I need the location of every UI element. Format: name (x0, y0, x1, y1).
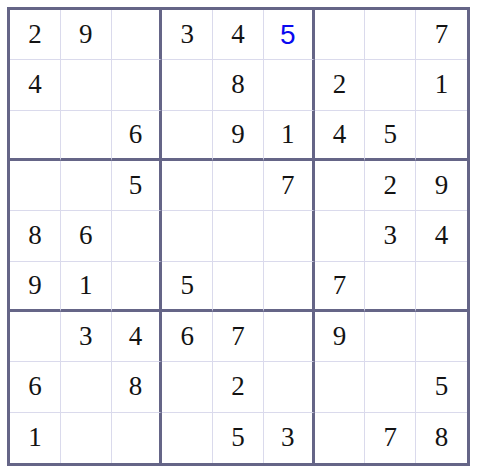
cell-r9c1[interactable]: 1 (10, 413, 61, 463)
cell-r9c3[interactable] (112, 413, 163, 463)
cell-r6c1[interactable]: 9 (10, 262, 61, 312)
cell-r5c6[interactable] (264, 211, 315, 261)
cell-r7c1[interactable] (10, 312, 61, 362)
cell-r1c2[interactable]: 9 (61, 10, 112, 60)
cell-r9c7[interactable] (315, 413, 366, 463)
cell-r4c1[interactable] (10, 161, 61, 211)
cell-r7c7[interactable]: 9 (315, 312, 366, 362)
cell-r1c7[interactable] (315, 10, 366, 60)
cell-r5c2[interactable]: 6 (61, 211, 112, 261)
cell-r2c7[interactable]: 2 (315, 60, 366, 110)
cell-r1c1[interactable]: 2 (10, 10, 61, 60)
cell-r6c6[interactable] (264, 262, 315, 312)
cell-r7c9[interactable] (416, 312, 467, 362)
cell-r2c9[interactable]: 1 (416, 60, 467, 110)
cell-r9c4[interactable] (162, 413, 213, 463)
cell-r1c6[interactable]: 5 (264, 10, 315, 60)
cell-r3c9[interactable] (416, 111, 467, 161)
cell-r3c5[interactable]: 9 (213, 111, 264, 161)
cell-r3c3[interactable]: 6 (112, 111, 163, 161)
cell-r4c3[interactable]: 5 (112, 161, 163, 211)
cell-r6c4[interactable]: 5 (162, 262, 213, 312)
cell-r7c4[interactable]: 6 (162, 312, 213, 362)
cell-r1c4[interactable]: 3 (162, 10, 213, 60)
cell-r5c7[interactable] (315, 211, 366, 261)
cell-r7c3[interactable]: 4 (112, 312, 163, 362)
cell-r3c7[interactable]: 4 (315, 111, 366, 161)
cell-r8c4[interactable] (162, 362, 213, 412)
cell-r3c2[interactable] (61, 111, 112, 161)
cell-r1c8[interactable] (365, 10, 416, 60)
cell-r1c3[interactable] (112, 10, 163, 60)
cell-r8c6[interactable] (264, 362, 315, 412)
cell-r9c2[interactable] (61, 413, 112, 463)
cell-r8c9[interactable]: 5 (416, 362, 467, 412)
cell-r3c6[interactable]: 1 (264, 111, 315, 161)
cell-r4c8[interactable]: 2 (365, 161, 416, 211)
cell-r6c5[interactable] (213, 262, 264, 312)
cell-r5c8[interactable]: 3 (365, 211, 416, 261)
cell-r3c4[interactable] (162, 111, 213, 161)
cell-r9c5[interactable]: 5 (213, 413, 264, 463)
cell-r2c2[interactable] (61, 60, 112, 110)
cell-r2c5[interactable]: 8 (213, 60, 264, 110)
cell-r5c1[interactable]: 8 (10, 211, 61, 261)
cell-r2c3[interactable] (112, 60, 163, 110)
cell-r6c9[interactable] (416, 262, 467, 312)
cell-r2c1[interactable]: 4 (10, 60, 61, 110)
cell-r3c1[interactable] (10, 111, 61, 161)
cell-r8c8[interactable] (365, 362, 416, 412)
cell-r4c9[interactable]: 9 (416, 161, 467, 211)
cell-r9c6[interactable]: 3 (264, 413, 315, 463)
cell-r4c6[interactable]: 7 (264, 161, 315, 211)
cell-r8c3[interactable]: 8 (112, 362, 163, 412)
cell-r7c2[interactable]: 3 (61, 312, 112, 362)
cell-r8c7[interactable] (315, 362, 366, 412)
cell-r5c9[interactable]: 4 (416, 211, 467, 261)
cell-r4c4[interactable] (162, 161, 213, 211)
sudoku-board: 2934574821691455729863491573467968251537… (7, 7, 470, 466)
cell-r4c2[interactable] (61, 161, 112, 211)
cell-r9c8[interactable]: 7 (365, 413, 416, 463)
cell-r9c9[interactable]: 8 (416, 413, 467, 463)
cell-r7c5[interactable]: 7 (213, 312, 264, 362)
cell-r6c2[interactable]: 1 (61, 262, 112, 312)
cell-r2c8[interactable] (365, 60, 416, 110)
cell-r8c2[interactable] (61, 362, 112, 412)
cell-r5c3[interactable] (112, 211, 163, 261)
cell-r7c8[interactable] (365, 312, 416, 362)
cell-r8c5[interactable]: 2 (213, 362, 264, 412)
cell-r5c5[interactable] (213, 211, 264, 261)
cell-r2c6[interactable] (264, 60, 315, 110)
cell-r3c8[interactable]: 5 (365, 111, 416, 161)
cell-r4c5[interactable] (213, 161, 264, 211)
cell-r4c7[interactable] (315, 161, 366, 211)
cell-r6c8[interactable] (365, 262, 416, 312)
cell-r6c3[interactable] (112, 262, 163, 312)
cell-r1c9[interactable]: 7 (416, 10, 467, 60)
cell-r6c7[interactable]: 7 (315, 262, 366, 312)
cell-r8c1[interactable]: 6 (10, 362, 61, 412)
cell-r5c4[interactable] (162, 211, 213, 261)
cell-r7c6[interactable] (264, 312, 315, 362)
cell-r1c5[interactable]: 4 (213, 10, 264, 60)
cell-r2c4[interactable] (162, 60, 213, 110)
